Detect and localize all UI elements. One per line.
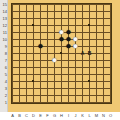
row-label: 3 [0,85,7,92]
row-label: 13 [0,15,7,22]
column-label: C [23,112,30,120]
column-label: B [16,112,23,120]
row-label: 9 [0,43,7,50]
star-point [60,52,62,54]
row-label: 5 [0,71,7,78]
star-point [88,24,90,26]
row-label: 2 [0,92,7,99]
row-label: 15 [0,1,7,8]
go-diagram-screen: ●●●●●●●●●AB 151413121110987654321 ABCDEF… [0,0,120,120]
column-label: O [107,112,114,120]
row-label: 14 [0,8,7,15]
column-label: N [100,112,107,120]
black-stone[interactable]: ● [36,42,45,51]
column-label: I [65,112,72,120]
row-label: 1 [0,99,7,106]
point-label-b[interactable]: B [86,50,93,56]
column-label: F [44,112,51,120]
star-point [32,80,34,82]
row-label: 11 [0,29,7,36]
row-label: 8 [0,50,7,57]
row-label: 12 [0,22,7,29]
star-point [88,80,90,82]
white-stone[interactable]: ● [50,56,59,65]
row-label: 10 [0,36,7,43]
column-label: M [93,112,100,120]
black-stone[interactable]: ● [64,42,73,51]
point-label-a[interactable]: A [79,50,86,56]
row-label: 7 [0,57,7,64]
column-coordinate-strip: ABCDEFGHIJKLMNO [8,112,120,120]
column-label: A [9,112,16,120]
row-label: 6 [0,64,7,71]
column-label: D [30,112,37,120]
column-label: E [37,112,44,120]
column-label: H [58,112,65,120]
row-label: 4 [0,78,7,85]
column-label: K [79,112,86,120]
column-label: J [72,112,79,120]
row-coordinate-strip: 151413121110987654321 [0,0,8,112]
go-board[interactable]: ●●●●●●●●●AB [8,0,120,112]
column-label: G [51,112,58,120]
column-label: L [86,112,93,120]
star-point [32,24,34,26]
